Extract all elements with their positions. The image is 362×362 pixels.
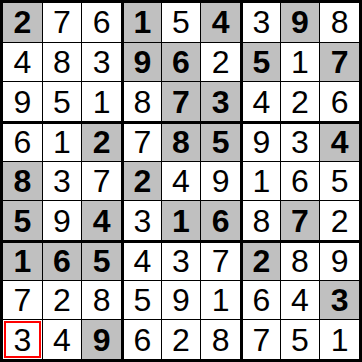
cell-r4c6[interactable]: 5 xyxy=(201,122,240,161)
cell-r8c3[interactable]: 8 xyxy=(82,281,121,320)
cell-r7c2[interactable]: 6 xyxy=(43,241,82,280)
cell-r2c8[interactable]: 1 xyxy=(281,43,320,82)
cell-r2c7[interactable]: 5 xyxy=(241,43,280,82)
cell-r7c1[interactable]: 1 xyxy=(3,241,42,280)
cell-r9c2[interactable]: 4 xyxy=(43,320,82,359)
cell-r5c2[interactable]: 3 xyxy=(43,162,82,201)
cell-r9c1[interactable]: 3 xyxy=(3,320,42,359)
cell-r6c3[interactable]: 4 xyxy=(82,201,121,240)
cell-r4c4[interactable]: 7 xyxy=(122,122,161,161)
cell-r6c9[interactable]: 2 xyxy=(320,201,359,240)
sudoku-board: 2761543984839625179518734266127859348372… xyxy=(0,0,362,362)
cell-r7c5[interactable]: 3 xyxy=(162,241,201,280)
cell-r3c8[interactable]: 2 xyxy=(281,82,320,121)
cell-r3c5[interactable]: 7 xyxy=(162,82,201,121)
cell-r4c7[interactable]: 9 xyxy=(241,122,280,161)
cell-r5c8[interactable]: 6 xyxy=(281,162,320,201)
cell-r1c5[interactable]: 5 xyxy=(162,3,201,42)
cell-r1c1[interactable]: 2 xyxy=(3,3,42,42)
cell-r8c9[interactable]: 3 xyxy=(320,281,359,320)
cell-r1c3[interactable]: 6 xyxy=(82,3,121,42)
cell-r6c8[interactable]: 7 xyxy=(281,201,320,240)
cell-r7c9[interactable]: 9 xyxy=(320,241,359,280)
cell-r1c8[interactable]: 9 xyxy=(281,3,320,42)
cell-r4c1[interactable]: 6 xyxy=(3,122,42,161)
cell-r6c1[interactable]: 5 xyxy=(3,201,42,240)
cell-r7c3[interactable]: 5 xyxy=(82,241,121,280)
cell-r6c6[interactable]: 6 xyxy=(201,201,240,240)
cell-r9c9[interactable]: 1 xyxy=(320,320,359,359)
cell-r6c5[interactable]: 1 xyxy=(162,201,201,240)
cell-r5c3[interactable]: 7 xyxy=(82,162,121,201)
cell-r4c9[interactable]: 4 xyxy=(320,122,359,161)
cell-r8c8[interactable]: 4 xyxy=(281,281,320,320)
cell-r5c6[interactable]: 9 xyxy=(201,162,240,201)
cell-r9c5[interactable]: 2 xyxy=(162,320,201,359)
cell-r9c6[interactable]: 8 xyxy=(201,320,240,359)
cell-r1c7[interactable]: 3 xyxy=(241,3,280,42)
cell-r9c8[interactable]: 5 xyxy=(281,320,320,359)
cell-r1c2[interactable]: 7 xyxy=(43,3,82,42)
cell-r2c1[interactable]: 4 xyxy=(3,43,42,82)
cell-r8c5[interactable]: 9 xyxy=(162,281,201,320)
cell-r5c1[interactable]: 8 xyxy=(3,162,42,201)
cell-r7c4[interactable]: 4 xyxy=(122,241,161,280)
cell-r1c6[interactable]: 4 xyxy=(201,3,240,42)
cell-r4c2[interactable]: 1 xyxy=(43,122,82,161)
cell-r3c6[interactable]: 3 xyxy=(201,82,240,121)
cell-r2c4[interactable]: 9 xyxy=(122,43,161,82)
cell-r4c3[interactable]: 2 xyxy=(82,122,121,161)
cell-r1c9[interactable]: 8 xyxy=(320,3,359,42)
cell-r3c3[interactable]: 1 xyxy=(82,82,121,121)
cell-r6c4[interactable]: 3 xyxy=(122,201,161,240)
cell-r4c5[interactable]: 8 xyxy=(162,122,201,161)
cell-r6c7[interactable]: 8 xyxy=(241,201,280,240)
cell-r8c4[interactable]: 5 xyxy=(122,281,161,320)
cell-r6c2[interactable]: 9 xyxy=(43,201,82,240)
cell-r2c6[interactable]: 2 xyxy=(201,43,240,82)
cell-r3c2[interactable]: 5 xyxy=(43,82,82,121)
cell-r5c9[interactable]: 5 xyxy=(320,162,359,201)
cell-r7c8[interactable]: 8 xyxy=(281,241,320,280)
cell-r2c2[interactable]: 8 xyxy=(43,43,82,82)
cell-r3c9[interactable]: 6 xyxy=(320,82,359,121)
cell-r3c4[interactable]: 8 xyxy=(122,82,161,121)
cell-r1c4[interactable]: 1 xyxy=(122,3,161,42)
cell-r9c4[interactable]: 6 xyxy=(122,320,161,359)
cell-r8c1[interactable]: 7 xyxy=(3,281,42,320)
cell-r8c7[interactable]: 6 xyxy=(241,281,280,320)
cell-r5c5[interactable]: 4 xyxy=(162,162,201,201)
cell-r2c5[interactable]: 6 xyxy=(162,43,201,82)
cell-r5c7[interactable]: 1 xyxy=(241,162,280,201)
cell-r2c3[interactable]: 3 xyxy=(82,43,121,82)
cell-r5c4[interactable]: 2 xyxy=(122,162,161,201)
cell-r8c6[interactable]: 1 xyxy=(201,281,240,320)
cell-r2c9[interactable]: 7 xyxy=(320,43,359,82)
cell-r9c7[interactable]: 7 xyxy=(241,320,280,359)
cell-r8c2[interactable]: 2 xyxy=(43,281,82,320)
cell-r9c3[interactable]: 9 xyxy=(82,320,121,359)
cell-r7c6[interactable]: 7 xyxy=(201,241,240,280)
cell-r7c7[interactable]: 2 xyxy=(241,241,280,280)
cell-r3c1[interactable]: 9 xyxy=(3,82,42,121)
cell-r4c8[interactable]: 3 xyxy=(281,122,320,161)
cell-r3c7[interactable]: 4 xyxy=(241,82,280,121)
